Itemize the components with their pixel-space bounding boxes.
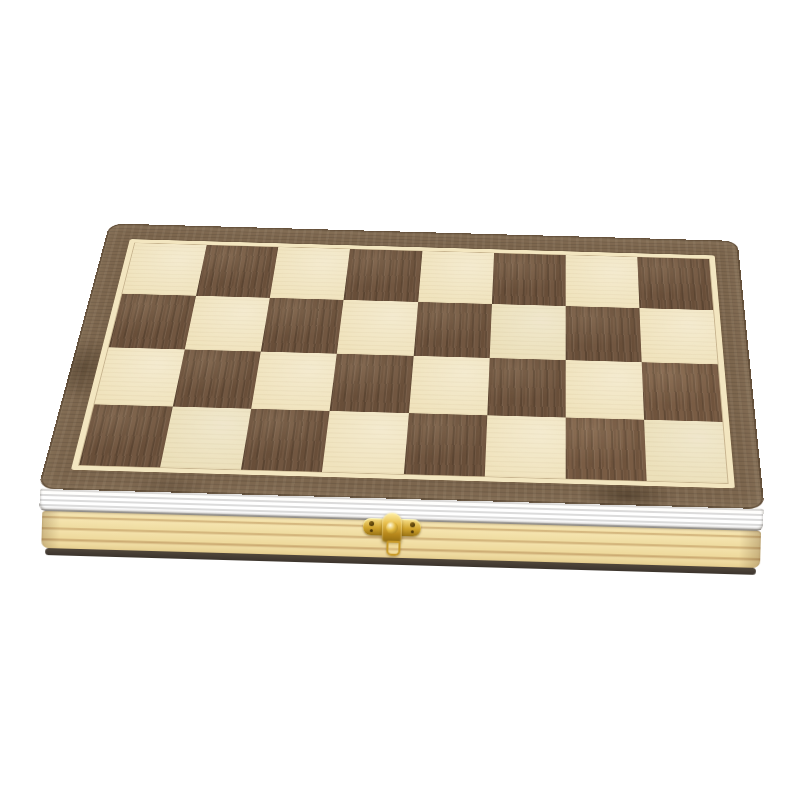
board-square-r4c7 bbox=[565, 418, 646, 481]
board-square-r2c6 bbox=[489, 304, 565, 360]
board-square-r3c3 bbox=[251, 352, 337, 411]
board-square-r2c2 bbox=[185, 296, 270, 352]
board-square-r2c1 bbox=[109, 294, 196, 350]
scene-caption: Closed wooden folding chess set box with… bbox=[0, 0, 1, 1]
board-square-r4c2 bbox=[160, 407, 251, 470]
board-square-r4c5 bbox=[403, 413, 487, 476]
board-square-r1c2 bbox=[196, 245, 278, 298]
board-square-r2c8 bbox=[639, 308, 717, 364]
board-square-r4c6 bbox=[484, 415, 565, 478]
board-square-r3c4 bbox=[330, 354, 413, 413]
board-square-r2c3 bbox=[261, 298, 344, 354]
photo-stage: Closed wooden folding chess set box with… bbox=[0, 0, 800, 800]
board-square-r1c1 bbox=[122, 243, 206, 296]
board-square-r3c1 bbox=[94, 347, 184, 406]
board-lid-top bbox=[38, 223, 765, 509]
board-square-r4c1 bbox=[79, 404, 173, 467]
clasp-loop bbox=[386, 541, 400, 556]
board-square-r1c3 bbox=[270, 247, 350, 300]
lid-top-scene bbox=[38, 59, 777, 509]
board-square-r3c5 bbox=[408, 356, 489, 415]
chess-box bbox=[35, 59, 789, 599]
board-square-r4c3 bbox=[241, 409, 330, 472]
board-square-r2c7 bbox=[565, 306, 641, 362]
board-square-r4c8 bbox=[644, 420, 728, 483]
board-square-r3c2 bbox=[173, 349, 261, 408]
board-square-r1c4 bbox=[344, 249, 422, 302]
board-square-r1c5 bbox=[418, 251, 494, 304]
board-square-r1c6 bbox=[492, 253, 566, 306]
brass-clasp bbox=[362, 512, 421, 554]
board-square-r1c8 bbox=[637, 257, 713, 310]
board-square-r2c5 bbox=[413, 302, 491, 358]
board-square-r3c8 bbox=[642, 362, 723, 422]
board-square-r3c6 bbox=[487, 358, 566, 418]
board-square-r3c7 bbox=[565, 360, 644, 420]
chessboard-field bbox=[79, 243, 727, 483]
board-square-r1c7 bbox=[565, 255, 639, 308]
board-square-r2c4 bbox=[337, 300, 418, 356]
board-square-r4c4 bbox=[322, 411, 408, 474]
